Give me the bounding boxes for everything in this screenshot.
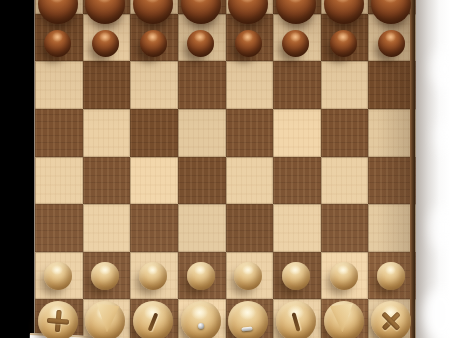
white-queen[interactable]: [181, 301, 221, 338]
chess-board: [34, 0, 416, 338]
square-c6[interactable]: [130, 61, 178, 109]
black-pawn[interactable]: [282, 30, 309, 57]
white-bishop[interactable]: [133, 301, 173, 338]
white-bishop[interactable]: [276, 301, 316, 338]
square-g3[interactable]: [321, 204, 369, 252]
black-pawn[interactable]: [235, 30, 262, 57]
white-king[interactable]: [228, 301, 268, 338]
black-pawn[interactable]: [140, 30, 167, 57]
square-e4[interactable]: [226, 157, 274, 205]
square-c4[interactable]: [130, 157, 178, 205]
square-f3[interactable]: [273, 204, 321, 252]
carved-slot-mark: [148, 312, 159, 331]
black-pawn[interactable]: [44, 30, 71, 57]
square-a6[interactable]: [35, 61, 83, 109]
carved-plus-mark: [46, 309, 70, 333]
square-g6[interactable]: [321, 61, 369, 109]
white-pawn[interactable]: [139, 262, 167, 290]
square-h5[interactable]: [368, 109, 416, 157]
carved-wedge-mark: [330, 303, 356, 332]
white-rook[interactable]: [371, 301, 411, 338]
white-pawn[interactable]: [187, 262, 215, 290]
white-pawn[interactable]: [282, 262, 310, 290]
square-g5[interactable]: [321, 109, 369, 157]
black-pawn[interactable]: [187, 30, 214, 57]
black-left-band: [0, 0, 34, 338]
square-d6[interactable]: [178, 61, 226, 109]
shadow-highlight-blob: [430, 205, 450, 251]
black-pawn[interactable]: [92, 30, 119, 57]
square-f5[interactable]: [273, 109, 321, 157]
white-knight[interactable]: [324, 301, 364, 338]
square-d4[interactable]: [178, 157, 226, 205]
square-a4[interactable]: [35, 157, 83, 205]
black-pawn[interactable]: [378, 30, 405, 57]
square-a5[interactable]: [35, 109, 83, 157]
queen-metal-pin-icon: [198, 323, 204, 329]
white-pawn[interactable]: [44, 262, 72, 290]
square-b5[interactable]: [83, 109, 131, 157]
square-c5[interactable]: [130, 109, 178, 157]
square-f6[interactable]: [273, 61, 321, 109]
square-a3[interactable]: [35, 204, 83, 252]
square-h3[interactable]: [368, 204, 416, 252]
square-b4[interactable]: [83, 157, 131, 205]
board-right-edge: [410, 0, 415, 338]
square-b3[interactable]: [83, 204, 131, 252]
carved-slot-mark: [291, 312, 300, 331]
white-pawn[interactable]: [377, 262, 405, 290]
white-knight[interactable]: [85, 301, 125, 338]
white-rook[interactable]: [38, 301, 78, 338]
square-e3[interactable]: [226, 204, 274, 252]
square-f4[interactable]: [273, 157, 321, 205]
square-c3[interactable]: [130, 204, 178, 252]
shadow-highlight-blob: [424, 288, 450, 338]
square-h4[interactable]: [368, 157, 416, 205]
carved-x-mark: [376, 305, 407, 336]
king-metal-bar-icon: [241, 327, 252, 332]
carved-wedge-mark: [93, 303, 119, 332]
square-d5[interactable]: [178, 109, 226, 157]
square-e5[interactable]: [226, 109, 274, 157]
black-pawn[interactable]: [330, 30, 357, 57]
square-h6[interactable]: [368, 61, 416, 109]
chess-photo: [0, 0, 450, 338]
square-e6[interactable]: [226, 61, 274, 109]
white-pawn[interactable]: [330, 262, 358, 290]
square-b6[interactable]: [83, 61, 131, 109]
square-d3[interactable]: [178, 204, 226, 252]
square-g4[interactable]: [321, 157, 369, 205]
